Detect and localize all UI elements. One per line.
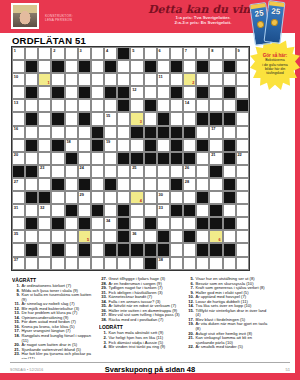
clue-number: 34	[106, 218, 110, 223]
grid-cell[interactable]	[236, 165, 249, 178]
grid-cell[interactable]	[130, 178, 143, 191]
grid-cell[interactable]	[78, 152, 91, 165]
grid-cell[interactable]	[144, 204, 157, 217]
grid-cell[interactable]	[25, 204, 38, 217]
grid-cell[interactable]: 27	[12, 178, 25, 191]
clue-number: 8	[211, 48, 213, 53]
grid-cell[interactable]	[236, 191, 249, 204]
grid-cell[interactable]	[196, 126, 209, 139]
grid-cell[interactable]	[104, 191, 117, 204]
blocked-cell	[25, 217, 38, 230]
grid-cell[interactable]	[25, 230, 38, 243]
grid-cell[interactable]	[183, 60, 196, 73]
grid-cell[interactable]	[209, 139, 222, 152]
grid-cell[interactable]	[236, 230, 249, 243]
grid-cell[interactable]	[51, 191, 64, 204]
grid-cell[interactable]	[157, 99, 170, 112]
grid-cell[interactable]	[209, 178, 222, 191]
clue-number: 22	[237, 152, 241, 157]
grid-cell[interactable]	[209, 86, 222, 99]
grid-cell[interactable]	[209, 60, 222, 73]
clue-number: 10	[14, 74, 18, 79]
blocked-cell	[25, 191, 38, 204]
clue-number: 1	[14, 48, 16, 53]
grid-cell[interactable]	[38, 257, 51, 270]
grid-cell[interactable]	[12, 243, 25, 256]
grid-cell[interactable]	[209, 99, 222, 112]
grid-cell[interactable]	[91, 86, 104, 99]
blocked-cell	[144, 217, 157, 230]
blocked-cell	[183, 204, 196, 217]
blocked-cell	[91, 139, 104, 152]
grid-cell[interactable]	[25, 178, 38, 191]
blocked-cell	[223, 243, 236, 256]
grid-cell[interactable]	[130, 99, 143, 112]
grid-cell[interactable]	[78, 204, 91, 217]
grid-cell[interactable]	[38, 47, 51, 60]
grid-cell[interactable]	[91, 243, 104, 256]
code-letter-cell[interactable]: 3	[130, 112, 143, 125]
grid-cell[interactable]	[144, 165, 157, 178]
grid-cell[interactable]	[25, 257, 38, 270]
grid-cell[interactable]: 2	[51, 47, 64, 60]
grid-cell[interactable]: 17	[209, 126, 222, 139]
grid-cell[interactable]	[51, 152, 64, 165]
grid-cell[interactable]	[65, 126, 78, 139]
grid-cell[interactable]	[209, 257, 222, 270]
grid-cell[interactable]	[117, 257, 130, 270]
grid-cell[interactable]	[236, 86, 249, 99]
bottom-red-border	[0, 373, 300, 380]
clue-number: 7	[185, 48, 187, 53]
code-letter-cell[interactable]: 2	[183, 73, 196, 86]
grid-cell[interactable]	[223, 73, 236, 86]
grid-cell[interactable]	[91, 152, 104, 165]
grid-cell[interactable]	[170, 47, 183, 60]
blocked-cell	[157, 152, 170, 165]
blocked-cell	[223, 60, 236, 73]
grid-cell[interactable]	[91, 73, 104, 86]
grid-cell[interactable]	[91, 60, 104, 73]
grid-cell[interactable]	[223, 257, 236, 270]
blocked-cell	[144, 152, 157, 165]
clue-number: 35	[14, 231, 18, 236]
blocked-cell	[117, 243, 130, 256]
grid-cell[interactable]	[130, 204, 143, 217]
grid-cell[interactable]	[78, 257, 91, 270]
grid-cell[interactable]	[25, 126, 38, 139]
blocked-cell	[157, 126, 170, 139]
grid-cell[interactable]	[157, 86, 170, 99]
grid-cell[interactable]	[91, 165, 104, 178]
clue-number: 23	[40, 165, 44, 170]
grid-cell[interactable]	[91, 178, 104, 191]
blocked-cell	[104, 243, 117, 256]
grid-cell[interactable]: 7	[183, 47, 196, 60]
grid-cell[interactable]	[65, 60, 78, 73]
grid-cell[interactable]	[130, 60, 143, 73]
blocked-cell	[104, 178, 117, 191]
grid-cell[interactable]: 22	[236, 152, 249, 165]
clue-column-3: 5.Visar hur en utställning ser ut (8)6.B…	[186, 277, 268, 359]
blocked-cell	[170, 139, 183, 152]
grid-cell[interactable]	[144, 47, 157, 60]
blocked-cell	[25, 60, 38, 73]
grid-cell[interactable]	[236, 178, 249, 191]
blocked-cell	[25, 243, 38, 256]
grid-cell[interactable]	[236, 217, 249, 230]
grid-cell[interactable]	[170, 73, 183, 86]
grid-cell[interactable]	[117, 139, 130, 152]
grid-cell[interactable]	[170, 257, 183, 270]
blocked-cell	[78, 86, 91, 99]
grid-cell[interactable]	[104, 99, 117, 112]
grid-cell[interactable]	[223, 165, 236, 178]
grid-cell[interactable]	[236, 126, 249, 139]
blocked-cell	[170, 86, 183, 99]
grid-cell[interactable]	[117, 191, 130, 204]
grid-cell[interactable]	[144, 112, 157, 125]
grid-cell[interactable]	[65, 217, 78, 230]
grid-cell[interactable]	[51, 99, 64, 112]
blocked-cell	[209, 165, 222, 178]
grid-cell[interactable]	[104, 126, 117, 139]
grid-cell[interactable]	[38, 112, 51, 125]
grid-cell[interactable]	[12, 112, 25, 125]
grid-cell[interactable]: 24	[78, 165, 91, 178]
grid-cell[interactable]	[12, 86, 25, 99]
blocked-cell	[183, 152, 196, 165]
blocked-cell	[12, 165, 25, 178]
grid-cell[interactable]	[117, 73, 130, 86]
grid-cell[interactable]	[223, 230, 236, 243]
grid-cell[interactable]	[183, 191, 196, 204]
grid-cell[interactable]	[38, 139, 51, 152]
blocked-cell	[183, 126, 196, 139]
blocked-cell	[223, 139, 236, 152]
grid-cell[interactable]	[170, 191, 183, 204]
grid-cell[interactable]: 23	[38, 165, 51, 178]
grid-cell[interactable]: 33	[157, 204, 170, 217]
grid-cell[interactable]	[38, 60, 51, 73]
grid-cell[interactable]	[196, 165, 209, 178]
grid-cell[interactable]	[91, 257, 104, 270]
grid-cell[interactable]	[117, 178, 130, 191]
prize-headline: Detta kan du vinna:	[148, 4, 258, 15]
grid-cell[interactable]	[236, 204, 249, 217]
clue-item-text: Har fått klirr på tjurarna och plockar p…	[22, 352, 95, 359]
clue-number: 5	[132, 48, 134, 53]
grid-cell[interactable]	[65, 86, 78, 99]
grid-cell[interactable]: 20	[12, 152, 25, 165]
grid-cell[interactable]	[65, 191, 78, 204]
grid-cell[interactable]: 32	[38, 204, 51, 217]
grid-cell[interactable]: 31	[12, 204, 25, 217]
grid-cell[interactable]	[38, 243, 51, 256]
grid-cell[interactable]	[38, 86, 51, 99]
grid-cell[interactable]	[104, 73, 117, 86]
grid-cell[interactable]	[236, 139, 249, 152]
code-cell-index: 4	[140, 199, 142, 204]
grid-cell[interactable]	[196, 204, 209, 217]
page-number: 51	[230, 367, 290, 372]
grid-cell[interactable]	[196, 99, 209, 112]
blocked-cell	[209, 243, 222, 256]
grid-cell[interactable]	[51, 230, 64, 243]
clue-item-text: Blir vinden trist tänkt på ring (9)	[109, 345, 182, 350]
blocked-cell	[196, 191, 209, 204]
clue-number: 19	[106, 139, 110, 144]
grid-cell[interactable]	[144, 178, 157, 191]
grid-cell[interactable]	[157, 178, 170, 191]
grid-cell[interactable]	[209, 73, 222, 86]
page-title: ORDFLÄTAN 51	[12, 35, 86, 46]
blocked-cell	[51, 217, 64, 230]
grid-cell[interactable]: 28	[183, 178, 196, 191]
grid-cell[interactable]	[51, 165, 64, 178]
grid-cell[interactable]	[117, 126, 130, 139]
grid-cell[interactable]	[38, 217, 51, 230]
clue-number: 36	[132, 231, 136, 236]
grid-cell[interactable]: 6	[157, 47, 170, 60]
grid-cell[interactable]	[170, 99, 183, 112]
blocked-cell	[117, 47, 130, 60]
blocked-cell	[78, 112, 91, 125]
grid-cell[interactable]	[157, 139, 170, 152]
grid-cell[interactable]	[183, 86, 196, 99]
grid-cell[interactable]	[157, 217, 170, 230]
grid-cell[interactable]	[196, 152, 209, 165]
grid-cell[interactable]	[25, 47, 38, 60]
grid-cell[interactable]	[65, 257, 78, 270]
grid-cell[interactable]	[183, 112, 196, 125]
code-cell-index: 5	[87, 238, 89, 243]
grid-cell[interactable]	[170, 165, 183, 178]
clue-item-text: Räcka med ord i postlådan (7)	[109, 318, 182, 323]
grid-cell[interactable]: 15	[104, 112, 117, 125]
blocked-cell	[144, 126, 157, 139]
grid-cell[interactable]	[157, 165, 170, 178]
grid-cell[interactable]	[196, 257, 209, 270]
grid-cell[interactable]	[38, 178, 51, 191]
grid-cell[interactable]	[236, 257, 249, 270]
howto-line: Bokstäverna	[262, 58, 287, 62]
grid-cell[interactable]	[25, 99, 38, 112]
blocked-cell	[157, 230, 170, 243]
clue-number: 25	[132, 165, 136, 170]
grid-cell[interactable]: 25	[130, 165, 143, 178]
grid-cell[interactable]	[78, 126, 91, 139]
code-letter-cell[interactable]: 5	[78, 230, 91, 243]
grid-cell[interactable]	[78, 139, 91, 152]
clue-number: 4	[106, 48, 108, 53]
grid-cell[interactable]	[91, 47, 104, 60]
blocked-cell	[25, 112, 38, 125]
grid-cell[interactable]: 30	[157, 191, 170, 204]
grid-cell[interactable]	[12, 191, 25, 204]
blocked-cell	[196, 86, 209, 99]
grid-cell[interactable]	[130, 73, 143, 86]
grid-cell[interactable]: 29	[78, 191, 91, 204]
grid-cell[interactable]: 36	[130, 230, 143, 243]
blocked-cell	[51, 86, 64, 99]
blocked-cell	[104, 86, 117, 99]
grid-cell[interactable]	[170, 217, 183, 230]
grid-cell[interactable]: 1	[12, 47, 25, 60]
grid-cell[interactable]	[130, 139, 143, 152]
grid-cell[interactable]	[51, 257, 64, 270]
grid-cell[interactable]	[183, 139, 196, 152]
grid-cell[interactable]	[51, 126, 64, 139]
grid-cell[interactable]	[78, 99, 91, 112]
clue-item-number: 4.	[99, 345, 107, 350]
grid-cell[interactable]: 19	[104, 139, 117, 152]
blocked-cell	[25, 139, 38, 152]
grid-cell[interactable]: 10	[12, 73, 25, 86]
grid-cell[interactable]	[223, 204, 236, 217]
grid-cell[interactable]: 13	[12, 99, 25, 112]
grid-cell[interactable]	[38, 230, 51, 243]
blocked-cell	[170, 204, 183, 217]
grid-cell[interactable]	[196, 178, 209, 191]
blocked-cell	[223, 178, 236, 191]
blocked-cell	[144, 243, 157, 256]
grid-cell[interactable]	[104, 204, 117, 217]
grid-cell[interactable]	[65, 230, 78, 243]
grid-cell[interactable]: 11	[157, 73, 170, 86]
grid-cell[interactable]: 9	[236, 47, 249, 60]
grid-cell[interactable]	[104, 152, 117, 165]
grid-cell[interactable]	[223, 47, 236, 60]
grid-cell[interactable]	[223, 126, 236, 139]
grid-cell[interactable]	[196, 73, 209, 86]
grid-cell[interactable]	[65, 178, 78, 191]
grid-cell[interactable]	[223, 99, 236, 112]
grid-cell[interactable]	[130, 257, 143, 270]
grid-cell[interactable]	[144, 73, 157, 86]
grid-cell[interactable]: 26	[183, 165, 196, 178]
grid-cell[interactable]	[91, 99, 104, 112]
grid-cell[interactable]	[209, 191, 222, 204]
grid-cell[interactable]	[65, 112, 78, 125]
puzzle-page: KONSTRUKTÖR: LENA PERSSON Detta kan du v…	[0, 0, 300, 380]
grid-cell[interactable]	[65, 243, 78, 256]
grid-cell[interactable]	[91, 230, 104, 243]
grid-cell[interactable]	[51, 73, 64, 86]
grid-cell[interactable]	[170, 243, 183, 256]
code-letter-cell[interactable]: 6	[209, 230, 222, 243]
clue-column-2: 27.Grovt tillhygge i fjolårs hage (3)28.…	[99, 277, 181, 359]
blocked-cell	[51, 178, 64, 191]
clue-number: 17	[211, 126, 215, 131]
grid-cell[interactable]	[25, 73, 38, 86]
code-letter-cell[interactable]: 4	[130, 191, 143, 204]
grid-cell[interactable]	[170, 230, 183, 243]
code-letter-cell[interactable]: 1	[38, 73, 51, 86]
blocked-cell	[25, 165, 38, 178]
grid-cell[interactable]: 4	[104, 47, 117, 60]
grid-cell[interactable]: 18	[65, 139, 78, 152]
grid-cell[interactable]	[104, 230, 117, 243]
blocked-cell	[196, 217, 209, 230]
grid-cell[interactable]	[117, 60, 130, 73]
grid-cell[interactable]	[91, 191, 104, 204]
crossword-grid[interactable]: 1234567891011121213141531617181920212223…	[11, 46, 250, 271]
blocked-cell	[223, 112, 236, 125]
grid-cell[interactable]: 21	[209, 152, 222, 165]
grid-cell[interactable]	[117, 165, 130, 178]
grid-cell[interactable]	[25, 152, 38, 165]
grid-cell[interactable]	[65, 73, 78, 86]
grid-cell[interactable]	[183, 243, 196, 256]
grid-cell[interactable]	[236, 60, 249, 73]
grid-cell[interactable]	[144, 191, 157, 204]
prize-line-2: 2:a-3:e pris: En Sverigelott.	[148, 20, 258, 25]
clue-number: 32	[40, 205, 44, 210]
clue-number: 27	[14, 179, 18, 184]
blocked-cell	[144, 139, 157, 152]
grid-cell[interactable]	[12, 217, 25, 230]
grid-cell[interactable]: 16	[12, 126, 25, 139]
blocked-cell	[236, 99, 249, 112]
blocked-cell	[223, 86, 236, 99]
grid-cell[interactable]: 35	[12, 230, 25, 243]
grid-cell[interactable]	[38, 99, 51, 112]
grid-cell[interactable]	[157, 60, 170, 73]
grid-cell[interactable]: 37	[12, 257, 25, 270]
blocked-cell	[130, 152, 143, 165]
grid-cell[interactable]	[91, 217, 104, 230]
grid-cell[interactable]	[104, 165, 117, 178]
grid-cell[interactable]	[12, 139, 25, 152]
blocked-cell	[51, 60, 64, 73]
grid-cell[interactable]	[65, 99, 78, 112]
grid-cell[interactable]	[144, 86, 157, 99]
grid-cell[interactable]	[65, 47, 78, 60]
coin-icon	[257, 21, 265, 29]
grid-cell[interactable]	[170, 112, 183, 125]
grid-cell[interactable]	[38, 126, 51, 139]
grid-cell[interactable]: 3	[78, 47, 91, 60]
grid-cell[interactable]	[38, 152, 51, 165]
grid-cell[interactable]	[65, 165, 78, 178]
grid-cell[interactable]	[130, 217, 143, 230]
grid-cell[interactable]	[144, 230, 157, 243]
grid-cell[interactable]: 5	[130, 47, 143, 60]
grid-cell[interactable]: 34	[104, 217, 117, 230]
grid-cell[interactable]	[91, 112, 104, 125]
blocked-cell	[78, 243, 91, 256]
clue-item-number: 23.	[12, 352, 20, 359]
grid-cell[interactable]	[196, 230, 209, 243]
grid-cell[interactable]	[183, 217, 196, 230]
grid-cell[interactable]	[117, 112, 130, 125]
grid-cell[interactable]: 12	[130, 86, 143, 99]
grid-cell[interactable]	[78, 73, 91, 86]
grid-cell[interactable]: 8	[209, 47, 222, 60]
grid-cell[interactable]	[196, 47, 209, 60]
grid-cell[interactable]	[12, 60, 25, 73]
grid-cell[interactable]: 14	[183, 99, 196, 112]
grid-cell[interactable]	[183, 257, 196, 270]
grid-cell[interactable]	[51, 204, 64, 217]
grid-cell[interactable]: 38	[157, 257, 170, 270]
edition-label: SÖNDAG • 52/2016	[10, 368, 70, 372]
grid-cell[interactable]	[236, 243, 249, 256]
grid-cell[interactable]	[236, 73, 249, 86]
grid-cell[interactable]	[236, 112, 249, 125]
grid-cell[interactable]	[104, 257, 117, 270]
